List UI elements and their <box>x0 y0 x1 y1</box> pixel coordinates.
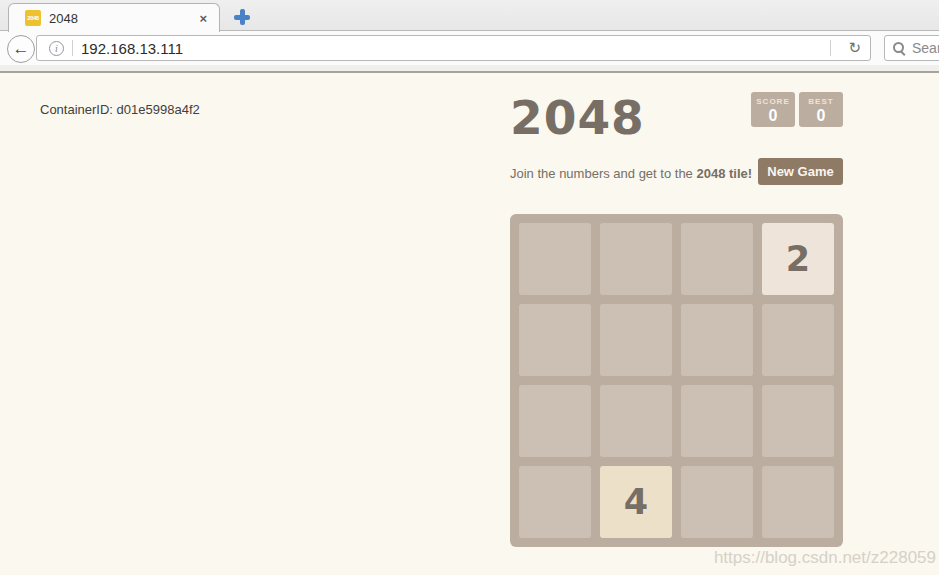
score-box: SCORE 0 <box>751 92 795 127</box>
board-cell-r0c1 <box>600 223 672 295</box>
score-label: SCORE <box>751 97 795 106</box>
board-cell-r0c0 <box>519 223 591 295</box>
board-cell-r3c3 <box>762 466 834 538</box>
search-input[interactable]: Search <box>912 40 939 56</box>
board-cell-r1c0 <box>519 304 591 376</box>
search-bar[interactable]: Search <box>884 35 939 61</box>
tab-title: 2048 <box>49 11 197 26</box>
board-cell-r3c1: 4 <box>600 466 672 538</box>
new-tab-plus-icon[interactable] <box>234 9 250 25</box>
url-bar[interactable]: i 192.168.13.111 ↻ <box>36 35 871 61</box>
urlbar-divider <box>830 40 831 56</box>
url-input[interactable]: 192.168.13.111 <box>81 40 822 57</box>
board-cell-r1c1 <box>600 304 672 376</box>
game-board: 2 4 <box>510 214 843 547</box>
favicon-2048-icon: 2048 <box>25 10 41 26</box>
subtitle-text: Join the numbers and get to the <box>510 166 696 181</box>
subtitle-goal: 2048 tile! <box>696 166 752 181</box>
container-id-label: ContainerID: d01e5998a4f2 <box>40 102 200 117</box>
board-cell-r1c3 <box>762 304 834 376</box>
reload-icon[interactable]: ↻ <box>839 39 870 57</box>
csdn-watermark: https://blog.csdn.net/z228059 <box>714 548 936 568</box>
page-content: ContainerID: d01e5998a4f2 2048 SCORE 0 B… <box>0 73 939 575</box>
board-cell-r2c2 <box>681 385 753 457</box>
new-game-button[interactable]: New Game <box>758 158 843 185</box>
toolbar-bottom-strip <box>0 65 939 73</box>
urlbar-divider <box>72 40 73 56</box>
board-cell-r3c0 <box>519 466 591 538</box>
score-value: 0 <box>751 107 795 125</box>
board-cell-r2c0 <box>519 385 591 457</box>
best-value: 0 <box>799 107 843 125</box>
back-button[interactable]: ← <box>7 35 35 63</box>
tab-2048[interactable]: 2048 2048 × <box>8 3 220 32</box>
best-label: BEST <box>799 97 843 106</box>
board-cell-r0c3: 2 <box>762 223 834 295</box>
board-cell-r2c1 <box>600 385 672 457</box>
subtitle: Join the numbers and get to the 2048 til… <box>510 166 752 181</box>
board-cell-r3c2 <box>681 466 753 538</box>
close-tab-icon[interactable]: × <box>197 9 209 28</box>
board-cell-r2c3 <box>762 385 834 457</box>
board-cell-r0c2 <box>681 223 753 295</box>
search-icon <box>893 42 906 55</box>
back-arrow-icon: ← <box>13 39 30 59</box>
browser-window: 2048 2048 × ← i 192.168.13.111 ↻ Search … <box>0 0 939 575</box>
site-info-icon[interactable]: i <box>49 41 64 56</box>
navigation-toolbar: ← i 192.168.13.111 ↻ Search <box>0 31 939 65</box>
tab-bar: 2048 2048 × <box>0 0 939 31</box>
best-box: BEST 0 <box>799 92 843 127</box>
board-cell-r1c2 <box>681 304 753 376</box>
page-title: 2048 <box>510 94 645 141</box>
